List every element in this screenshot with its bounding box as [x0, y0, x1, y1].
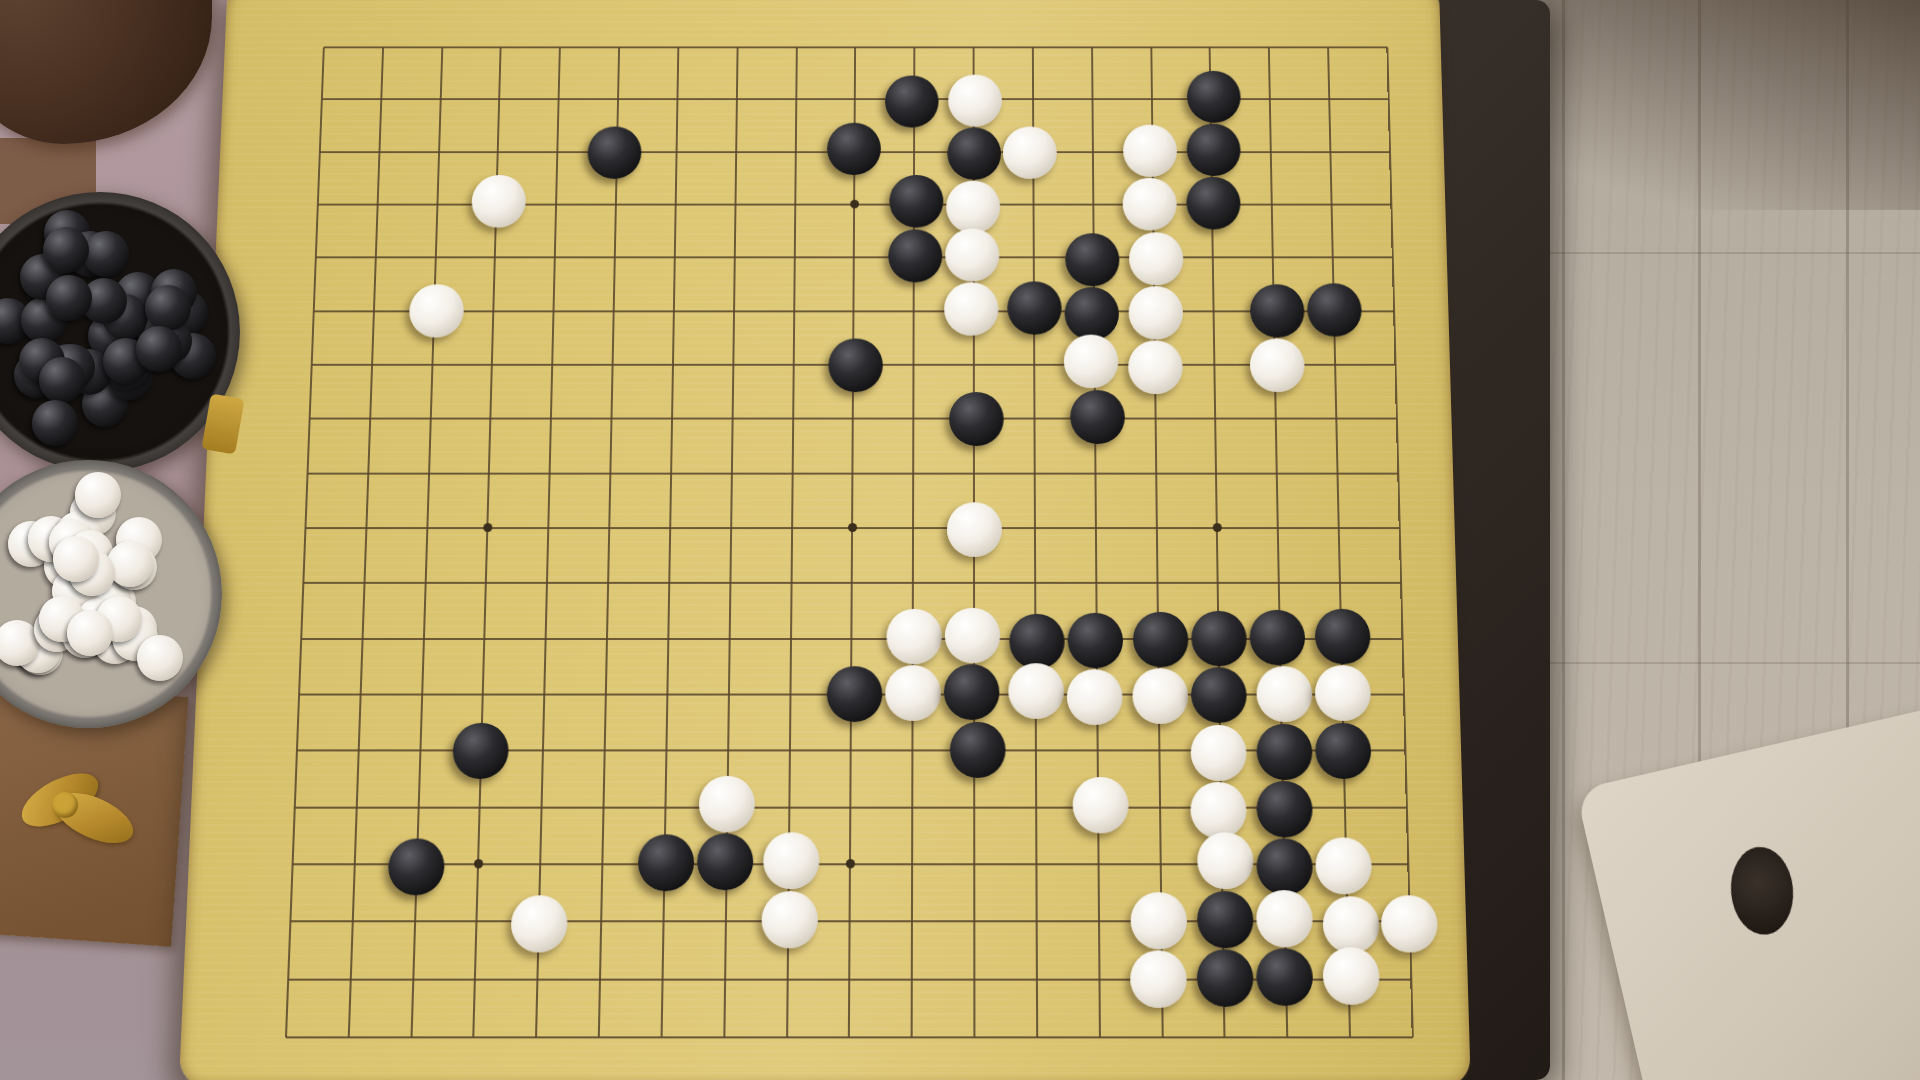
white-stone[interactable]	[1256, 667, 1313, 723]
black-stone[interactable]	[1186, 124, 1241, 176]
black-stone[interactable]	[1249, 284, 1304, 337]
white-stone[interactable]	[1132, 669, 1188, 725]
white-stone[interactable]	[1067, 670, 1123, 726]
grid-line-horizontal	[303, 582, 1401, 584]
white-stone[interactable]	[1064, 335, 1119, 389]
black-stone[interactable]	[1068, 613, 1124, 668]
black-stone[interactable]	[1070, 390, 1125, 444]
grid-line-vertical	[348, 47, 384, 1037]
black-stone[interactable]	[638, 835, 695, 892]
black-stone[interactable]	[452, 723, 509, 779]
white-stone[interactable]	[948, 74, 1002, 126]
black-stone[interactable]	[950, 722, 1006, 778]
white-bowl-stone	[75, 472, 121, 518]
black-stone[interactable]	[1191, 668, 1247, 724]
star-point	[474, 860, 483, 869]
star-point	[850, 200, 859, 209]
black-bowl-stone	[83, 231, 129, 277]
grid-line-vertical	[285, 47, 325, 1037]
grid-line-vertical	[1386, 47, 1413, 1037]
white-stone[interactable]	[510, 895, 568, 952]
black-bowl-stone	[46, 275, 92, 321]
handle-hole	[1727, 844, 1796, 937]
black-stone[interactable]	[888, 229, 942, 282]
white-stone[interactable]	[1123, 125, 1177, 177]
white-stone[interactable]	[1256, 890, 1313, 947]
black-stone[interactable]	[947, 128, 1001, 180]
go-game-photo	[0, 0, 1920, 1080]
black-stone[interactable]	[697, 834, 754, 891]
star-point	[1213, 524, 1222, 533]
grid-line-vertical	[535, 47, 561, 1037]
white-stone[interactable]	[947, 503, 1002, 558]
white-stone[interactable]	[763, 833, 820, 890]
grid-line-vertical	[598, 47, 620, 1037]
black-stone[interactable]	[885, 75, 939, 127]
black-stone[interactable]	[1065, 233, 1120, 286]
white-stone[interactable]	[1315, 838, 1372, 895]
black-stone[interactable]	[1249, 610, 1305, 665]
white-stone[interactable]	[1123, 178, 1178, 231]
black-bowl-stone	[136, 326, 182, 372]
black-stone[interactable]	[1065, 287, 1120, 340]
white-stone[interactable]	[885, 666, 941, 722]
black-stone[interactable]	[587, 127, 642, 179]
white-stone[interactable]	[944, 283, 998, 336]
white-stone[interactable]	[699, 776, 756, 832]
white-stone[interactable]	[1009, 664, 1065, 720]
black-stone[interactable]	[827, 123, 881, 175]
white-stone[interactable]	[1130, 951, 1187, 1009]
black-stone[interactable]	[1191, 611, 1247, 666]
white-stone[interactable]	[886, 609, 941, 664]
white-stone[interactable]	[1129, 232, 1184, 285]
white-bowl-stone	[67, 610, 113, 656]
grid-line-vertical	[1091, 47, 1101, 1037]
grid-line-vertical	[848, 47, 856, 1037]
white-stone[interactable]	[1190, 725, 1247, 781]
white-stone[interactable]	[1131, 892, 1188, 949]
white-stone[interactable]	[945, 608, 1000, 663]
black-stone[interactable]	[889, 175, 943, 228]
white-stone[interactable]	[945, 228, 999, 281]
black-stone[interactable]	[1186, 177, 1241, 230]
black-bowl-stone	[39, 357, 85, 403]
grid-line-vertical	[1032, 47, 1038, 1037]
black-stone[interactable]	[1256, 781, 1313, 837]
white-stone[interactable]	[409, 284, 465, 337]
black-stone[interactable]	[388, 839, 446, 896]
black-stone[interactable]	[827, 667, 883, 723]
white-stone[interactable]	[1197, 833, 1254, 890]
go-board[interactable]	[179, 0, 1471, 1080]
white-stone[interactable]	[1249, 339, 1304, 393]
black-stone[interactable]	[1314, 723, 1371, 779]
black-stone[interactable]	[1256, 948, 1313, 1006]
white-stone[interactable]	[1129, 286, 1184, 339]
black-stone[interactable]	[1314, 609, 1371, 664]
black-stone[interactable]	[1008, 282, 1062, 335]
black-stone[interactable]	[949, 392, 1004, 446]
black-stone[interactable]	[1133, 612, 1189, 667]
white-stone[interactable]	[946, 181, 1000, 234]
white-bowl-stone	[137, 635, 183, 681]
black-stone[interactable]	[1256, 839, 1313, 896]
grid-line-horizontal	[286, 1036, 1413, 1038]
white-stone[interactable]	[1381, 895, 1439, 952]
black-stone[interactable]	[1197, 891, 1254, 948]
white-stone[interactable]	[1073, 777, 1129, 833]
black-stone[interactable]	[943, 665, 999, 721]
star-point	[848, 524, 857, 533]
black-stone[interactable]	[828, 339, 883, 393]
black-bowl-stone	[32, 400, 78, 446]
white-stone[interactable]	[762, 891, 819, 948]
white-stone[interactable]	[1314, 666, 1371, 722]
black-stone[interactable]	[1306, 283, 1361, 336]
black-stone[interactable]	[1187, 71, 1241, 123]
white-bowl-stone	[53, 536, 99, 582]
white-stone[interactable]	[1322, 947, 1380, 1005]
star-point	[483, 524, 492, 533]
white-stone[interactable]	[1190, 782, 1247, 838]
white-stone[interactable]	[1322, 896, 1380, 953]
black-bowl-stone	[43, 227, 89, 273]
white-stone[interactable]	[1003, 127, 1057, 179]
black-stone[interactable]	[1197, 950, 1254, 1008]
white-stone[interactable]	[1128, 341, 1183, 395]
star-point	[846, 860, 855, 869]
black-stone[interactable]	[1256, 724, 1313, 780]
black-stone[interactable]	[1010, 614, 1066, 669]
white-stone[interactable]	[471, 175, 526, 228]
